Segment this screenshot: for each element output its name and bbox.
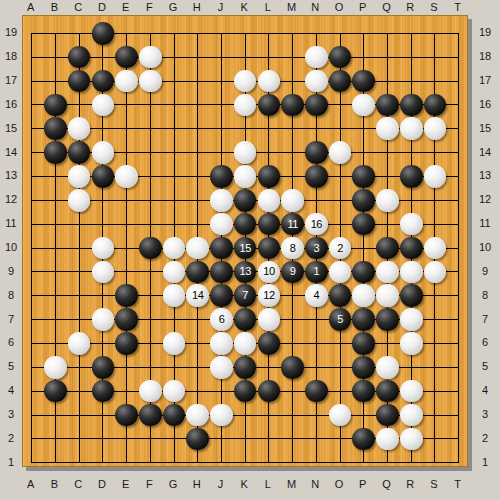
col-label-top-J: J <box>218 1 224 13</box>
white-stone-Q9[interactable] <box>376 261 399 284</box>
black-stone-J9[interactable] <box>210 261 233 284</box>
white-stone-R15[interactable] <box>400 117 423 140</box>
white-stone-J7[interactable]: 6 <box>210 308 233 331</box>
move-number-label: 15 <box>240 243 251 254</box>
black-stone-N4[interactable] <box>305 380 328 403</box>
col-label-bottom-D: D <box>98 478 106 490</box>
black-stone-B14[interactable] <box>44 141 67 164</box>
row-label-left-9: 9 <box>0 265 22 277</box>
white-stone-J12[interactable] <box>210 189 233 212</box>
black-stone-R13[interactable] <box>400 165 423 188</box>
row-label-left-8: 8 <box>0 289 22 301</box>
white-stone-F17[interactable] <box>139 70 162 93</box>
black-stone-R8[interactable] <box>400 284 423 307</box>
col-label-bottom-P: P <box>359 478 366 490</box>
black-stone-B4[interactable] <box>44 380 67 403</box>
col-label-top-M: M <box>287 1 296 13</box>
black-stone-H2[interactable] <box>186 428 209 451</box>
row-label-left-2: 2 <box>0 432 22 444</box>
col-label-bottom-C: C <box>74 478 82 490</box>
white-stone-Q2[interactable] <box>376 428 399 451</box>
row-label-left-13: 13 <box>0 169 22 181</box>
row-label-right-11: 11 <box>474 217 496 229</box>
move-number-label: 5 <box>337 314 343 325</box>
white-stone-L8[interactable]: 12 <box>258 284 281 307</box>
go-board[interactable]: 11161583213109114712465 <box>22 15 468 467</box>
move-number-label: 16 <box>311 219 322 230</box>
white-stone-R6[interactable] <box>400 332 423 355</box>
row-label-right-15: 15 <box>474 122 496 134</box>
col-label-top-A: A <box>27 1 34 13</box>
row-label-left-19: 19 <box>0 26 22 38</box>
black-stone-K12[interactable] <box>234 189 257 212</box>
row-label-left-5: 5 <box>0 360 22 372</box>
black-stone-R10[interactable] <box>400 237 423 260</box>
black-stone-J8[interactable] <box>210 284 233 307</box>
col-label-top-F: F <box>146 1 153 13</box>
black-stone-B15[interactable] <box>44 117 67 140</box>
white-stone-J11[interactable] <box>210 213 233 236</box>
black-stone-N9[interactable]: 1 <box>305 261 328 284</box>
row-label-right-17: 17 <box>474 74 496 86</box>
col-label-bottom-G: G <box>169 478 178 490</box>
col-label-top-E: E <box>122 1 129 13</box>
row-label-left-12: 12 <box>0 193 22 205</box>
move-number-label: 4 <box>314 290 320 301</box>
black-stone-P5[interactable] <box>352 356 375 379</box>
col-label-bottom-R: R <box>406 478 414 490</box>
col-label-top-K: K <box>241 1 248 13</box>
white-stone-R9[interactable] <box>400 261 423 284</box>
col-label-top-S: S <box>430 1 437 13</box>
white-stone-R4[interactable] <box>400 380 423 403</box>
white-stone-K6[interactable] <box>234 332 257 355</box>
col-label-bottom-H: H <box>193 478 201 490</box>
black-stone-M9[interactable]: 9 <box>281 261 304 284</box>
row-label-left-6: 6 <box>0 336 22 348</box>
move-number-label: 6 <box>219 314 225 325</box>
black-stone-N13[interactable] <box>305 165 328 188</box>
move-number-label: 13 <box>240 266 251 277</box>
row-label-left-15: 15 <box>0 122 22 134</box>
row-label-right-4: 4 <box>474 384 496 396</box>
move-number-label: 9 <box>290 266 296 277</box>
black-stone-N10[interactable]: 3 <box>305 237 328 260</box>
white-stone-R3[interactable] <box>400 404 423 427</box>
black-stone-Q4[interactable] <box>376 380 399 403</box>
white-stone-N11[interactable]: 16 <box>305 213 328 236</box>
black-stone-N16[interactable] <box>305 94 328 117</box>
black-stone-Q7[interactable] <box>376 308 399 331</box>
row-label-right-18: 18 <box>474 50 496 62</box>
black-stone-E3[interactable] <box>115 404 138 427</box>
black-stone-H9[interactable] <box>186 261 209 284</box>
black-stone-E18[interactable] <box>115 46 138 69</box>
white-stone-N18[interactable] <box>305 46 328 69</box>
col-label-top-Q: Q <box>382 1 391 13</box>
white-stone-H8[interactable]: 14 <box>186 284 209 307</box>
black-stone-J13[interactable] <box>210 165 233 188</box>
move-number-label: 12 <box>263 290 274 301</box>
white-stone-D9[interactable] <box>92 261 115 284</box>
black-stone-K5[interactable] <box>234 356 257 379</box>
white-stone-J5[interactable] <box>210 356 233 379</box>
move-number-label: 3 <box>314 243 320 254</box>
black-stone-Q16[interactable] <box>376 94 399 117</box>
row-label-right-2: 2 <box>474 432 496 444</box>
white-stone-Q8[interactable] <box>376 284 399 307</box>
row-label-right-13: 13 <box>474 169 496 181</box>
row-label-right-14: 14 <box>474 146 496 158</box>
col-label-bottom-B: B <box>51 478 58 490</box>
white-stone-P16[interactable] <box>352 94 375 117</box>
black-stone-M16[interactable] <box>281 94 304 117</box>
black-stone-M5[interactable] <box>281 356 304 379</box>
black-stone-N14[interactable] <box>305 141 328 164</box>
black-stone-P6[interactable] <box>352 332 375 355</box>
row-label-left-17: 17 <box>0 74 22 86</box>
row-label-right-8: 8 <box>474 289 496 301</box>
white-stone-B5[interactable] <box>44 356 67 379</box>
white-stone-E13[interactable] <box>115 165 138 188</box>
white-stone-O14[interactable] <box>329 141 352 164</box>
col-label-bottom-J: J <box>218 478 224 490</box>
white-stone-M10[interactable]: 8 <box>281 237 304 260</box>
row-label-left-11: 11 <box>0 217 22 229</box>
white-stone-S15[interactable] <box>424 117 447 140</box>
white-stone-N17[interactable] <box>305 70 328 93</box>
white-stone-J6[interactable] <box>210 332 233 355</box>
row-label-right-7: 7 <box>474 313 496 325</box>
black-stone-E6[interactable] <box>115 332 138 355</box>
row-label-right-6: 6 <box>474 336 496 348</box>
white-stone-L7[interactable] <box>258 308 281 331</box>
white-stone-R2[interactable] <box>400 428 423 451</box>
white-stone-D7[interactable] <box>92 308 115 331</box>
row-label-right-12: 12 <box>474 193 496 205</box>
col-label-top-R: R <box>406 1 414 13</box>
col-label-bottom-T: T <box>454 478 461 490</box>
black-stone-P9[interactable] <box>352 261 375 284</box>
col-label-top-G: G <box>169 1 178 13</box>
black-stone-P12[interactable] <box>352 189 375 212</box>
col-label-top-L: L <box>265 1 271 13</box>
col-label-bottom-A: A <box>27 478 34 490</box>
col-label-top-D: D <box>98 1 106 13</box>
white-stone-Q15[interactable] <box>376 117 399 140</box>
move-number-label: 7 <box>242 290 248 301</box>
black-stone-O7[interactable]: 5 <box>329 308 352 331</box>
move-number-label: 11 <box>287 219 297 230</box>
move-number-label: 14 <box>192 290 203 301</box>
white-stone-Q5[interactable] <box>376 356 399 379</box>
black-stone-L6[interactable] <box>258 332 281 355</box>
row-label-right-9: 9 <box>474 265 496 277</box>
col-label-top-B: B <box>51 1 58 13</box>
row-label-right-3: 3 <box>474 408 496 420</box>
col-label-bottom-L: L <box>265 478 271 490</box>
black-stone-P13[interactable] <box>352 165 375 188</box>
white-stone-P8[interactable] <box>352 284 375 307</box>
move-number-label: 10 <box>263 266 274 277</box>
black-stone-F10[interactable] <box>139 237 162 260</box>
white-stone-R7[interactable] <box>400 308 423 331</box>
row-label-left-4: 4 <box>0 384 22 396</box>
row-label-left-3: 3 <box>0 408 22 420</box>
black-stone-J10[interactable] <box>210 237 233 260</box>
col-label-top-T: T <box>454 1 461 13</box>
col-label-top-P: P <box>359 1 366 13</box>
row-label-right-19: 19 <box>474 26 496 38</box>
black-stone-P7[interactable] <box>352 308 375 331</box>
black-stone-Q3[interactable] <box>376 404 399 427</box>
black-stone-C14[interactable] <box>68 141 91 164</box>
row-label-left-1: 1 <box>0 456 22 468</box>
row-label-right-1: 1 <box>474 456 496 468</box>
white-stone-G6[interactable] <box>163 332 186 355</box>
move-number-label: 8 <box>290 243 296 254</box>
col-label-bottom-S: S <box>430 478 437 490</box>
col-label-bottom-K: K <box>241 478 248 490</box>
black-stone-D19[interactable] <box>92 22 115 45</box>
col-label-top-N: N <box>311 1 319 13</box>
col-label-bottom-F: F <box>146 478 153 490</box>
col-label-bottom-O: O <box>335 478 344 490</box>
white-stone-C13[interactable] <box>68 165 91 188</box>
move-number-label: 1 <box>314 266 320 277</box>
col-label-bottom-N: N <box>311 478 319 490</box>
white-stone-R11[interactable] <box>400 213 423 236</box>
black-stone-P2[interactable] <box>352 428 375 451</box>
row-label-left-16: 16 <box>0 98 22 110</box>
white-stone-S13[interactable] <box>424 165 447 188</box>
black-stone-L13[interactable] <box>258 165 281 188</box>
row-label-right-5: 5 <box>474 360 496 372</box>
black-stone-B16[interactable] <box>44 94 67 117</box>
black-stone-R16[interactable] <box>400 94 423 117</box>
row-label-left-7: 7 <box>0 313 22 325</box>
col-label-bottom-M: M <box>287 478 296 490</box>
white-stone-Q12[interactable] <box>376 189 399 212</box>
white-stone-D16[interactable] <box>92 94 115 117</box>
white-stone-C12[interactable] <box>68 189 91 212</box>
white-stone-C6[interactable] <box>68 332 91 355</box>
col-label-top-C: C <box>74 1 82 13</box>
row-label-left-14: 14 <box>0 146 22 158</box>
white-stone-N8[interactable]: 4 <box>305 284 328 307</box>
go-diagram-page: { "game": "go", "board": { "size": 19, "… <box>0 0 500 500</box>
black-stone-F3[interactable] <box>139 404 162 427</box>
white-stone-J3[interactable] <box>210 404 233 427</box>
black-stone-E8[interactable] <box>115 284 138 307</box>
move-number-label: 2 <box>337 243 343 254</box>
white-stone-F4[interactable] <box>139 380 162 403</box>
white-stone-K13[interactable] <box>234 165 257 188</box>
row-label-left-18: 18 <box>0 50 22 62</box>
row-label-left-10: 10 <box>0 241 22 253</box>
black-stone-D13[interactable] <box>92 165 115 188</box>
white-stone-L12[interactable] <box>258 189 281 212</box>
col-label-bottom-Q: Q <box>382 478 391 490</box>
white-stone-D14[interactable] <box>92 141 115 164</box>
black-stone-D5[interactable] <box>92 356 115 379</box>
white-stone-E17[interactable] <box>115 70 138 93</box>
black-stone-E7[interactable] <box>115 308 138 331</box>
black-stone-Q10[interactable] <box>376 237 399 260</box>
row-label-right-10: 10 <box>474 241 496 253</box>
col-label-top-H: H <box>193 1 201 13</box>
row-label-right-16: 16 <box>474 98 496 110</box>
white-stone-M12[interactable] <box>281 189 304 212</box>
white-stone-F18[interactable] <box>139 46 162 69</box>
col-label-bottom-E: E <box>122 478 129 490</box>
col-label-top-O: O <box>335 1 344 13</box>
